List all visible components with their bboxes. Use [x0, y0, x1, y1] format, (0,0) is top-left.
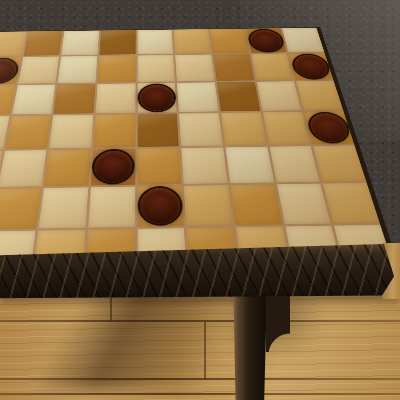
board-cell-r4c5: [137, 114, 179, 147]
board-cell-r5c6: [181, 147, 227, 184]
board-cell-r3c9: [296, 81, 343, 111]
photo-stage: [0, 0, 400, 400]
checker-disc: [248, 30, 284, 52]
board-cell-r4c2: [5, 116, 51, 149]
board-cell-r6c6: [184, 185, 233, 226]
board-cell-r4c9: [304, 111, 354, 144]
board-cell-r3c5: [137, 83, 177, 113]
board-cell-r1c8: [246, 28, 286, 53]
board-cell-r2c5: [137, 55, 175, 82]
board-cell-r3c6: [177, 82, 218, 112]
board-cell-r6c5: [137, 186, 184, 227]
board-cell-r1c1: [0, 31, 26, 56]
board-cell-r1c6: [174, 29, 211, 54]
board-cell-r6c2: [0, 188, 42, 229]
board-cell-r2c4: [98, 56, 136, 83]
board-cell-r2c8: [251, 54, 294, 81]
board-cell-r3c2: [12, 85, 56, 115]
game-board: [0, 27, 400, 278]
board-cell-r5c4: [91, 148, 135, 185]
checker-disc: [94, 151, 133, 183]
board-cell-r2c9: [289, 53, 333, 80]
board-cell-r2c7: [213, 54, 254, 81]
board-cell-r2c6: [175, 55, 214, 82]
board-cell-r4c3: [49, 115, 93, 148]
board-cell-r5c9: [313, 145, 366, 181]
board-cell-r6c7: [230, 184, 282, 225]
table-leg: [232, 290, 267, 400]
checker-disc: [140, 188, 181, 224]
board-cell-r5c5: [137, 148, 181, 185]
board-cell-r3c4: [96, 84, 136, 114]
board-cell-r6c9: [323, 183, 380, 224]
board-cell-r1c3: [61, 30, 99, 55]
board-cell-r5c7: [225, 146, 273, 183]
floor-plank-seam: [0, 393, 400, 395]
board-cell-r4c7: [221, 113, 267, 146]
board-cell-r5c8: [269, 146, 320, 182]
board-cell-r1c7: [210, 29, 249, 54]
board-cell-r3c7: [217, 82, 260, 112]
board-cell-r6c8: [277, 183, 331, 224]
board-cell-r1c5: [137, 30, 173, 55]
board-cell-r6c4: [88, 186, 135, 227]
checker-disc: [291, 55, 330, 79]
board-cell-r5c3: [44, 149, 91, 186]
checker-disc: [140, 85, 175, 111]
board-cell-r1c9: [282, 28, 324, 53]
board-cell-r2c2: [18, 57, 59, 84]
board-cell-r6c3: [39, 187, 89, 228]
board-cell-r3c8: [257, 81, 302, 111]
leg-bracket-icon: [266, 290, 290, 352]
board-cell-r1c2: [23, 31, 62, 56]
board-cell-r4c6: [179, 113, 223, 146]
board-cell-r4c8: [263, 112, 311, 145]
board-cell-r1c4: [99, 30, 135, 55]
board-cell-r5c2: [0, 150, 47, 187]
board-cell-r3c3: [54, 84, 96, 114]
board-cell-r2c3: [58, 56, 98, 83]
board-cell-r4c4: [93, 114, 135, 147]
checker-disc: [307, 113, 351, 142]
checker-disc: [0, 59, 19, 83]
